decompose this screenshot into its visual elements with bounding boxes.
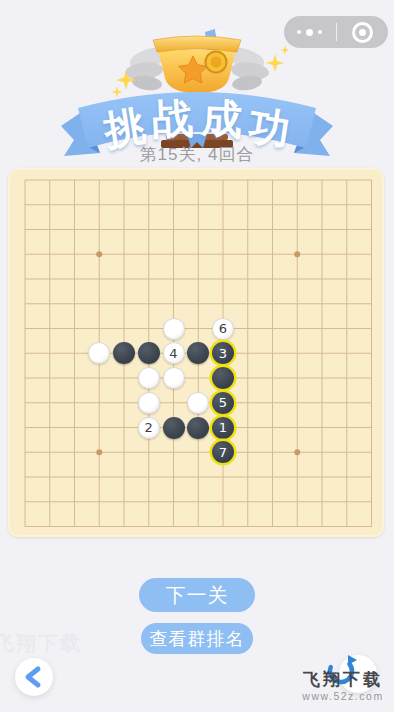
next-level-button[interactable]: 下一关 — [139, 578, 255, 612]
star-point — [96, 251, 102, 257]
back-button[interactable] — [15, 658, 53, 696]
record-circle-icon — [352, 22, 373, 43]
stone-white-6-7: 4 — [163, 342, 185, 364]
game-board: 6435217 — [8, 168, 384, 537]
ghost-watermark: 飞翔下载 — [0, 630, 82, 657]
stone-white-5-9 — [138, 392, 160, 414]
stone-white-8-6: 6 — [212, 318, 234, 340]
stone-black-8-8 — [212, 367, 234, 389]
share-button[interactable] — [339, 655, 377, 693]
stone-white-7-9 — [187, 392, 209, 414]
stone-white-5-10: 2 — [138, 417, 160, 439]
star-point — [294, 449, 300, 455]
stone-black-8-10: 1 — [212, 417, 234, 439]
record-button[interactable] — [337, 16, 389, 48]
star-point — [294, 251, 300, 257]
group-rank-button[interactable]: 查看群排名 — [141, 623, 253, 654]
challenge-success-screen: 挑战成功 第15关, 4回合 6435217 下一关 查看群排名 飞翔下载 飞翔… — [0, 0, 394, 712]
stone-black-6-10 — [163, 417, 185, 439]
stone-white-6-8 — [163, 367, 185, 389]
star-point — [96, 449, 102, 455]
medal-icon — [206, 52, 227, 73]
stone-white-6-6 — [163, 318, 185, 340]
chevron-left-icon — [15, 658, 53, 696]
level-subtitle: 第15关, 4回合 — [0, 143, 394, 166]
stone-black-8-9: 5 — [212, 392, 234, 414]
stone-white-5-8 — [138, 367, 160, 389]
stone-black-5-7 — [138, 342, 160, 364]
watermark-url: www.52z.com — [295, 690, 391, 702]
stone-black-7-10 — [187, 417, 209, 439]
